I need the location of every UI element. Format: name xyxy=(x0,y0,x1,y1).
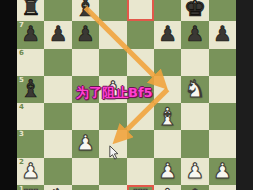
white-pawn-g2[interactable]: ♟ xyxy=(181,158,208,185)
square-g5[interactable]: ♞ xyxy=(181,76,208,103)
square-b6[interactable] xyxy=(44,49,71,76)
square-e5[interactable] xyxy=(127,76,154,103)
square-a8[interactable]: 8♜ xyxy=(17,0,44,21)
square-c8[interactable]: ♝ xyxy=(72,0,99,21)
white-rook-e1[interactable]: ♜ xyxy=(127,185,154,190)
white-rook-a1[interactable]: ♜ xyxy=(17,185,44,190)
rank-label-5: 5 xyxy=(19,76,24,85)
black-pawn-c7[interactable]: ♟ xyxy=(72,21,99,48)
square-f4[interactable]: ♝ xyxy=(154,103,181,130)
square-h1[interactable] xyxy=(209,185,236,190)
white-pawn-f2[interactable]: ♟ xyxy=(154,158,181,185)
black-pawn-g7[interactable]: ♟ xyxy=(181,21,208,48)
square-d1[interactable] xyxy=(99,185,126,190)
square-e6[interactable] xyxy=(127,49,154,76)
square-h4[interactable] xyxy=(209,103,236,130)
black-pawn-b7[interactable]: ♟ xyxy=(44,21,71,48)
black-bishop-a5[interactable]: ♝ xyxy=(17,76,44,103)
black-king-g8[interactable]: ♚ xyxy=(181,0,208,21)
square-f7[interactable]: ♟ xyxy=(154,21,181,48)
square-c6[interactable] xyxy=(72,49,99,76)
white-bishop-f4[interactable]: ♝ xyxy=(154,103,181,130)
white-pawn-a2[interactable]: ♟ xyxy=(17,158,44,185)
square-d2[interactable] xyxy=(99,158,126,185)
square-g4[interactable] xyxy=(181,103,208,130)
rank-label-6: 6 xyxy=(19,49,24,58)
square-g8[interactable]: ♚ xyxy=(181,0,208,21)
square-c2[interactable] xyxy=(72,158,99,185)
rank-label-3: 3 xyxy=(19,130,24,139)
square-b7[interactable]: ♟ xyxy=(44,21,71,48)
square-f1[interactable]: ♝ xyxy=(154,185,181,190)
square-g6[interactable] xyxy=(181,49,208,76)
rank-label-1: 1 xyxy=(19,185,24,190)
rank-label-4: 4 xyxy=(19,103,24,112)
square-h8[interactable] xyxy=(209,0,236,21)
white-pawn-c3[interactable]: ♟ xyxy=(72,130,99,157)
white-king-g1[interactable]: ♚ xyxy=(181,185,208,190)
square-e4[interactable] xyxy=(127,103,154,130)
square-h5[interactable] xyxy=(209,76,236,103)
square-d4[interactable] xyxy=(99,103,126,130)
square-d8[interactable] xyxy=(99,0,126,21)
square-h6[interactable] xyxy=(209,49,236,76)
square-a7[interactable]: 7♟ xyxy=(17,21,44,48)
square-e8[interactable] xyxy=(127,0,154,21)
square-c3[interactable]: ♟ xyxy=(72,130,99,157)
square-h7[interactable]: ♟ xyxy=(209,21,236,48)
square-b2[interactable] xyxy=(44,158,71,185)
square-f3[interactable] xyxy=(154,130,181,157)
square-b5[interactable] xyxy=(44,76,71,103)
square-c5[interactable] xyxy=(72,76,99,103)
square-h3[interactable] xyxy=(209,130,236,157)
square-c1[interactable] xyxy=(72,185,99,190)
square-e2[interactable] xyxy=(127,158,154,185)
white-pawn-h2[interactable]: ♟ xyxy=(209,158,236,185)
square-g7[interactable]: ♟ xyxy=(181,21,208,48)
square-e1[interactable]: ♜ xyxy=(127,185,154,190)
white-knight-b1[interactable]: ♞ xyxy=(44,185,71,190)
black-pawn-a7[interactable]: ♟ xyxy=(17,21,44,48)
square-e7[interactable] xyxy=(127,21,154,48)
square-a2[interactable]: 2♟ xyxy=(17,158,44,185)
square-a3[interactable]: 3 xyxy=(17,130,44,157)
square-a5[interactable]: 5♝ xyxy=(17,76,44,103)
square-e3[interactable] xyxy=(127,130,154,157)
square-b8[interactable] xyxy=(44,0,71,21)
black-rook-a8[interactable]: ♜ xyxy=(17,0,44,21)
square-f6[interactable] xyxy=(154,49,181,76)
rank-label-2: 2 xyxy=(19,158,24,167)
square-b4[interactable] xyxy=(44,103,71,130)
square-g3[interactable] xyxy=(181,130,208,157)
square-d6[interactable] xyxy=(99,49,126,76)
white-pawn-d5[interactable]: ♟ xyxy=(99,76,126,103)
square-d5[interactable]: ♟ xyxy=(99,76,126,103)
square-a4[interactable]: 4 xyxy=(17,103,44,130)
square-a6[interactable]: 6 xyxy=(17,49,44,76)
black-pawn-f7[interactable]: ♟ xyxy=(154,21,181,48)
square-b1[interactable]: ♞ xyxy=(44,185,71,190)
square-f8[interactable] xyxy=(154,0,181,21)
square-g1[interactable]: ♚ xyxy=(181,185,208,190)
rank-label-7: 7 xyxy=(19,21,24,30)
square-h2[interactable]: ♟ xyxy=(209,158,236,185)
square-f2[interactable]: ♟ xyxy=(154,158,181,185)
square-a1[interactable]: 1♜ xyxy=(17,185,44,190)
letterbox-left xyxy=(0,0,17,190)
square-f5[interactable] xyxy=(154,76,181,103)
black-bishop-c8[interactable]: ♝ xyxy=(72,0,99,21)
white-bishop-f1[interactable]: ♝ xyxy=(154,185,181,190)
square-b3[interactable] xyxy=(44,130,71,157)
square-d7[interactable] xyxy=(99,21,126,48)
square-c4[interactable] xyxy=(72,103,99,130)
chess-board[interactable]: 8♜♝♚7♟♟♟♟♟♟65♝♟♞4♝3♟2♟♟♟♟1♜♞♜♝♚ xyxy=(17,0,236,190)
black-pawn-h7[interactable]: ♟ xyxy=(209,21,236,48)
video-frame: 8♜♝♚7♟♟♟♟♟♟65♝♟♞4♝3♟2♟♟♟♟1♜♞♜♝♚ 为了阻止Bf5 xyxy=(0,0,253,190)
letterbox-right xyxy=(236,0,253,190)
white-knight-g5[interactable]: ♞ xyxy=(181,76,208,103)
square-g2[interactable]: ♟ xyxy=(181,158,208,185)
rank-label-8: 8 xyxy=(19,0,24,3)
square-d3[interactable] xyxy=(99,130,126,157)
square-c7[interactable]: ♟ xyxy=(72,21,99,48)
